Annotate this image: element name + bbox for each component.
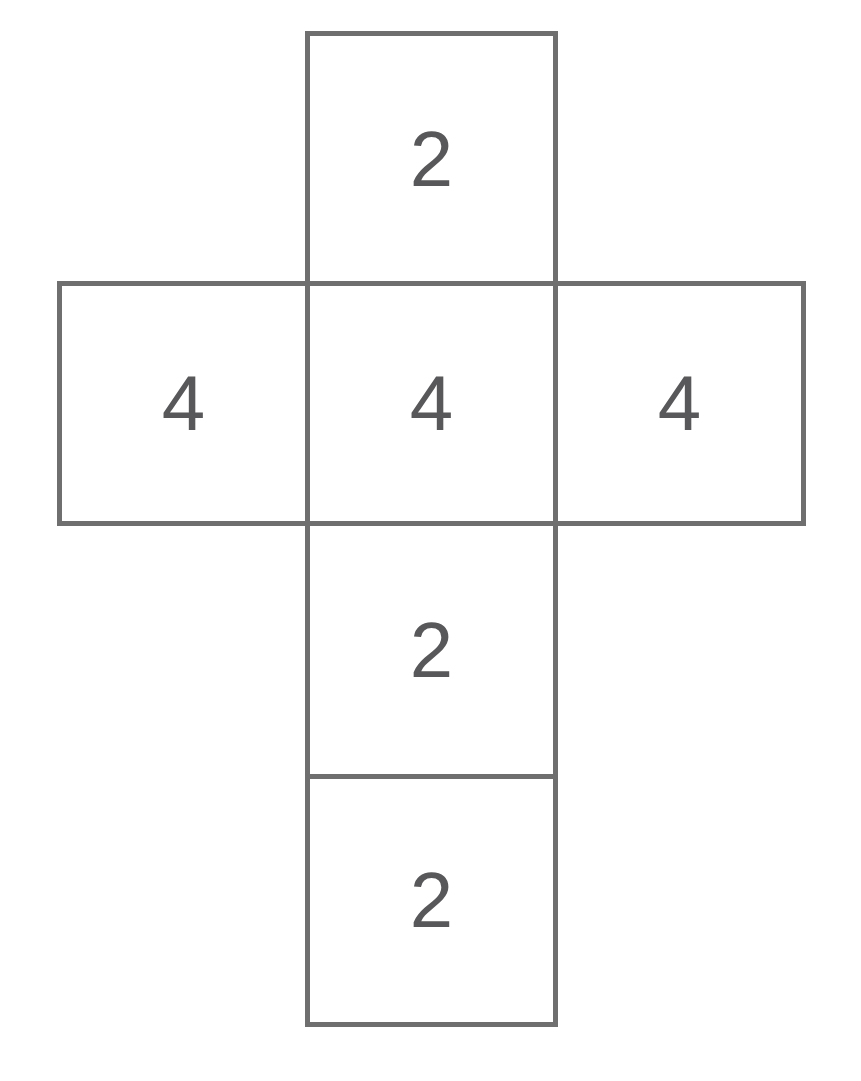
net-face-left: 4: [57, 281, 310, 526]
face-label-left: 4: [162, 364, 205, 442]
net-face-center: 4: [305, 281, 558, 526]
face-label-center: 4: [410, 364, 453, 442]
net-face-top: 2: [305, 31, 558, 286]
face-label-bottom-upper: 2: [410, 611, 453, 689]
net-face-bottom-upper: 2: [305, 521, 558, 779]
face-label-bottom-lower: 2: [410, 861, 453, 939]
face-label-top: 2: [410, 120, 453, 198]
cube-net-diagram: 2 4 4 4 2 2: [0, 0, 861, 1081]
face-label-right: 4: [658, 364, 701, 442]
net-face-bottom-lower: 2: [305, 774, 558, 1027]
cube-net-grid: 2 4 4 4 2 2: [60, 34, 804, 1025]
net-face-right: 4: [553, 281, 806, 526]
